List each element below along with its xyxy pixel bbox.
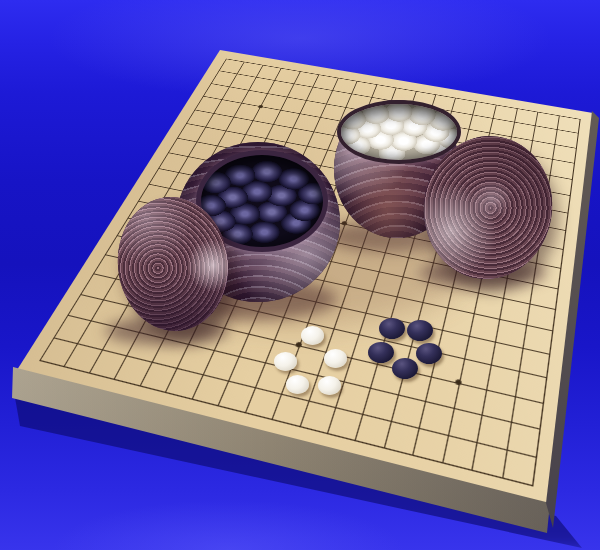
white-stone [274,352,297,371]
white-stone [324,349,347,368]
white-stones-heap [337,100,461,164]
black-stone [379,318,405,339]
white-stone [286,375,309,394]
go-set-photo [0,0,600,550]
black-stone [407,320,433,341]
star-point [295,342,303,348]
black-stone [416,343,442,364]
white-stone [301,326,324,345]
black-stone [368,342,394,363]
black-stone [392,358,418,379]
star-point [455,379,462,386]
star-point [257,105,263,109]
white-stone [318,376,341,395]
